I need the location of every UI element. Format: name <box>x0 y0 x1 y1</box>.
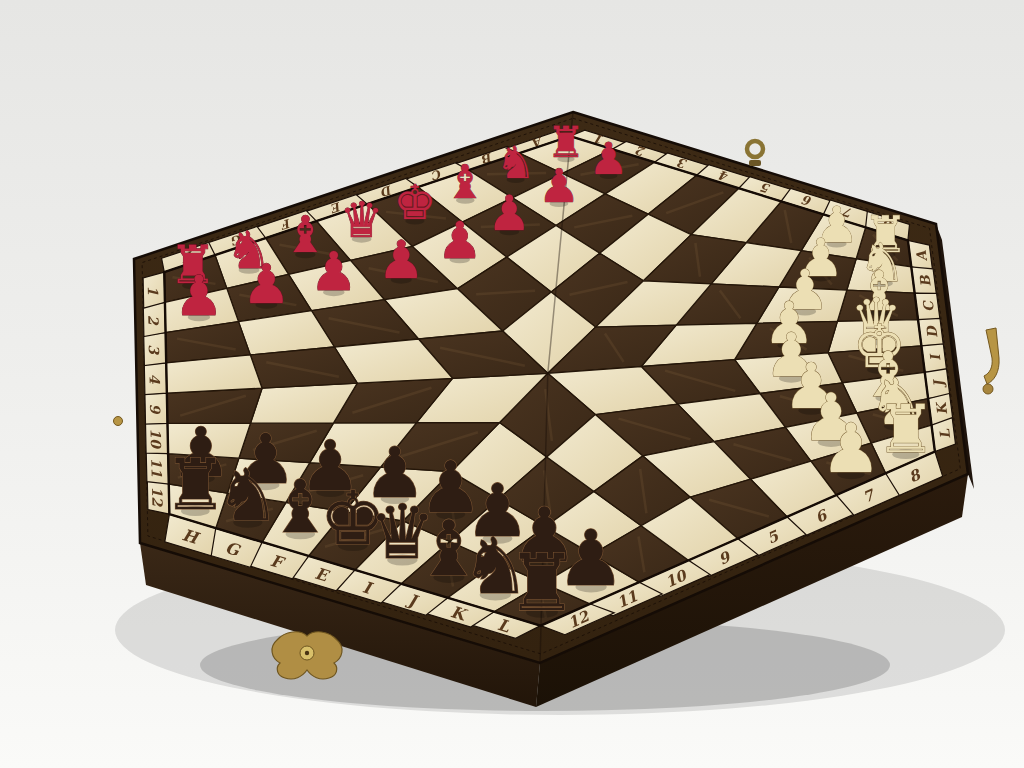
piece-red-bishop-C1[interactable]: ♝ <box>445 155 486 209</box>
piece-red-pawn-D2[interactable]: ♟ <box>437 211 483 270</box>
piece-red-pawn-A2[interactable]: ♟ <box>589 133 629 184</box>
piece-red-pawn-E2[interactable]: ♟ <box>378 229 425 290</box>
hinge-pin-icon <box>114 417 123 426</box>
coordinate-label: 1 <box>145 285 161 295</box>
piece-white-rook-L8[interactable]: ♜ <box>876 390 936 468</box>
piece-red-knight-B1[interactable]: ♞ <box>496 137 536 188</box>
piece-red-king-D1[interactable]: ♚ <box>393 175 436 230</box>
coordinate-label: 11 <box>148 458 164 478</box>
piece-red-pawn-G2[interactable]: ♟ <box>242 252 291 316</box>
coordinate-label: 2 <box>145 315 161 326</box>
coordinate-label: 3 <box>146 344 162 355</box>
board-scene: 12345678ABCDIJKL87659101112LKJIEFGH12111… <box>0 0 1024 768</box>
piece-white-pawn-L7[interactable]: ♟ <box>820 409 881 488</box>
piece-dark-rook-L12[interactable]: ♜ <box>507 537 578 629</box>
coordinate-label: 9 <box>147 404 163 415</box>
piece-red-pawn-F2[interactable]: ♟ <box>310 240 358 303</box>
coordinate-label: 10 <box>147 428 163 449</box>
coordinate-label: 4 <box>146 374 162 385</box>
three-player-chess-photo: Three-player chess 12345678ABCDIJKL87659… <box>0 0 1024 768</box>
piece-red-pawn-H2[interactable]: ♟ <box>174 263 224 328</box>
piece-red-pawn-C2[interactable]: ♟ <box>488 185 532 241</box>
piece-red-pawn-B2[interactable]: ♟ <box>538 159 580 213</box>
